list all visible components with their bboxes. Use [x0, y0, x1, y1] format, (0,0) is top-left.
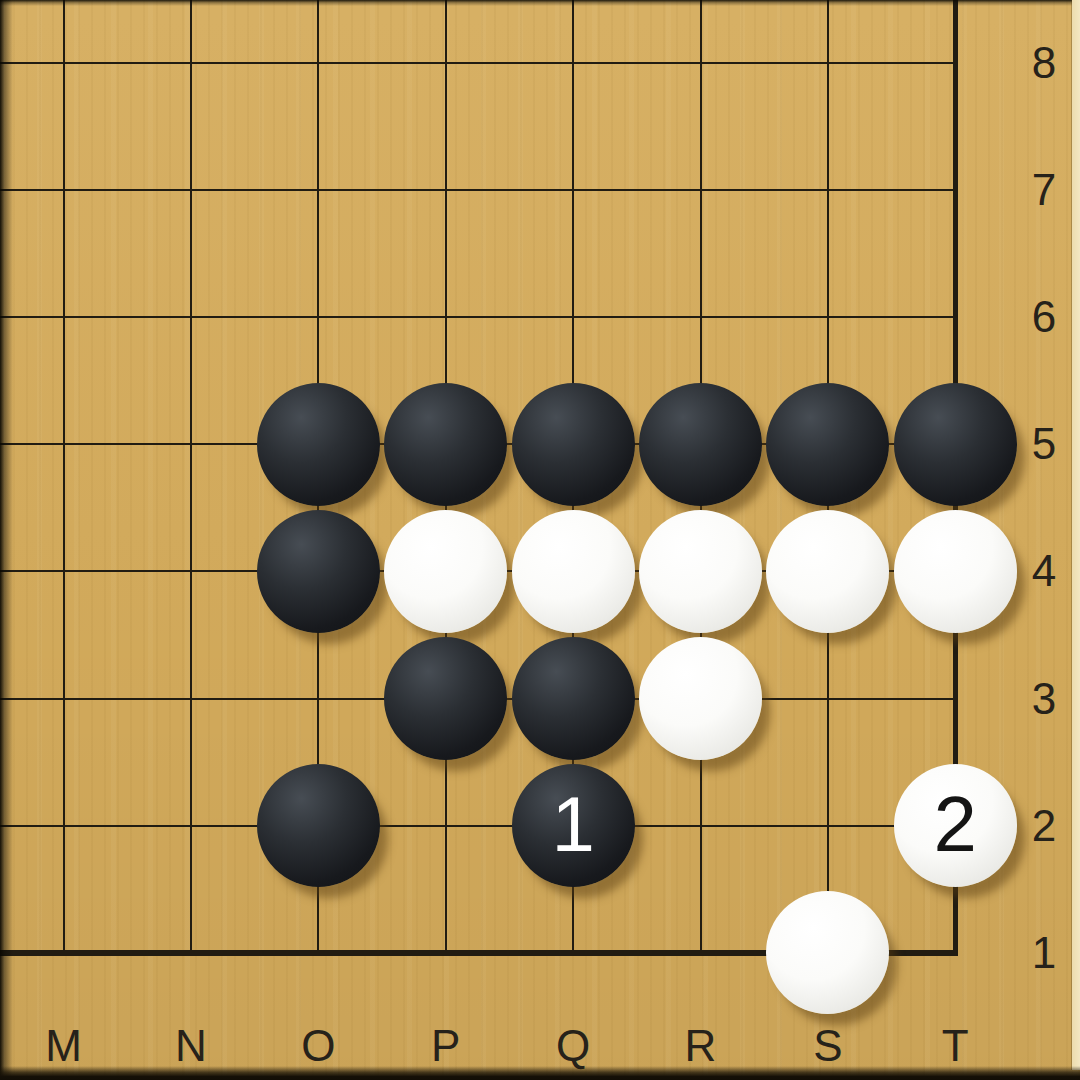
board-edge-shadow-bottom [0, 1066, 1080, 1080]
coord-label-row-2: 2 [1032, 804, 1056, 848]
stone-black-R5[interactable] [639, 383, 762, 506]
coord-label-row-1: 1 [1032, 931, 1056, 975]
stone-black-T5[interactable] [894, 383, 1017, 506]
board-edge-shadow-top [0, 0, 1080, 6]
stone-black-O5[interactable] [257, 383, 380, 506]
stone-white-T2[interactable]: 2 [894, 764, 1017, 887]
stone-black-Q5[interactable] [512, 383, 635, 506]
coord-label-row-5: 5 [1032, 422, 1056, 466]
stone-black-P5[interactable] [384, 383, 507, 506]
coord-label-col-S: S [813, 1024, 842, 1068]
coord-label-col-P: P [431, 1024, 460, 1068]
stone-white-R3[interactable] [639, 637, 762, 760]
stone-black-Q2[interactable]: 1 [512, 764, 635, 887]
coord-label-col-R: R [685, 1024, 717, 1068]
coord-label-row-7: 7 [1032, 168, 1056, 212]
coord-label-row-6: 6 [1032, 295, 1056, 339]
coord-label-col-M: M [45, 1024, 82, 1068]
stone-black-O4[interactable] [257, 510, 380, 633]
stone-white-S1[interactable] [766, 891, 889, 1014]
stone-black-P3[interactable] [384, 637, 507, 760]
grid-line-row-7 [0, 189, 958, 191]
grid-line-row-8 [0, 62, 958, 64]
coord-label-row-8: 8 [1032, 41, 1056, 85]
stone-white-R4[interactable] [639, 510, 762, 633]
coord-label-row-4: 4 [1032, 549, 1056, 593]
board-edge-highlight-right [1071, 0, 1080, 1070]
board-edge-shadow-left [0, 0, 13, 1080]
stone-black-O2[interactable] [257, 764, 380, 887]
move-number-label: 1 [551, 785, 594, 863]
move-number-label: 2 [934, 785, 977, 863]
go-board: 12 MNOPQRST87654321 [0, 0, 1080, 1080]
grid-line-col-N [190, 0, 192, 956]
stone-white-T4[interactable] [894, 510, 1017, 633]
stone-white-S4[interactable] [766, 510, 889, 633]
coord-label-col-Q: Q [556, 1024, 590, 1068]
stone-black-Q3[interactable] [512, 637, 635, 760]
grid-line-col-M [63, 0, 65, 956]
stone-white-Q4[interactable] [512, 510, 635, 633]
grid-line-row-6 [0, 316, 958, 318]
coord-label-col-T: T [942, 1024, 969, 1068]
stone-white-P4[interactable] [384, 510, 507, 633]
coord-label-col-O: O [301, 1024, 335, 1068]
coord-label-row-3: 3 [1032, 677, 1056, 721]
stone-black-S5[interactable] [766, 383, 889, 506]
grid-line-row-2 [0, 825, 958, 827]
coord-label-col-N: N [175, 1024, 207, 1068]
